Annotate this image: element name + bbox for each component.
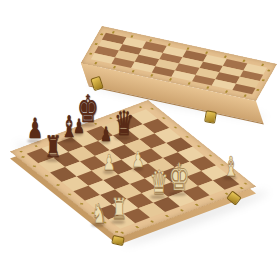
piece-shadow <box>103 170 114 174</box>
piece-shadow <box>223 176 237 180</box>
dark-king[interactable]: ♚ <box>77 90 99 128</box>
piece-shadow <box>61 138 76 142</box>
light-king[interactable]: ♚ <box>168 159 189 196</box>
piece-shadow <box>91 223 105 227</box>
chess-set-product-photo: ♟♜♝♟♚♟♛♟♟♛♚♝♞♜ <box>0 0 280 280</box>
piece-shadow <box>132 167 143 171</box>
piece-shadow <box>150 195 167 199</box>
pieces-layer: ♟♜♝♟♚♟♛♟♟♛♚♝♞♜ <box>0 0 280 280</box>
piece-shadow <box>45 158 60 162</box>
piece-shadow <box>169 192 188 196</box>
